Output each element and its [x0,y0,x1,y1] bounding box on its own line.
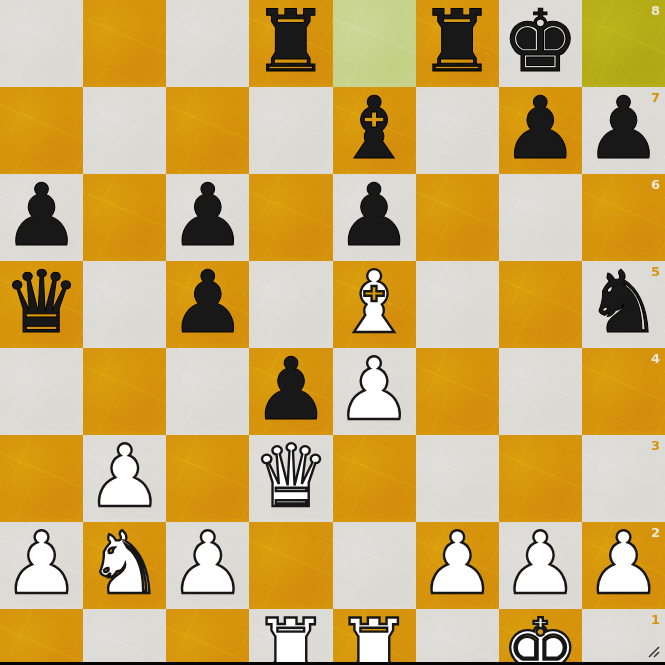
coord-rank-5: 5 [651,265,660,278]
square-f4[interactable] [416,348,499,435]
square-d1[interactable]: ♜d [249,609,332,665]
square-a8[interactable] [0,0,83,87]
square-b7[interactable] [83,87,166,174]
coord-rank-8: 8 [651,4,660,17]
square-h5[interactable]: ♞5 [582,261,665,348]
white-rook[interactable]: ♜ [336,609,413,665]
square-b8[interactable] [83,0,166,87]
black-pawn[interactable]: ♟ [169,174,246,261]
square-g7[interactable]: ♟ [499,87,582,174]
square-a5[interactable]: ♛ [0,261,83,348]
square-d3[interactable]: ♛ [249,435,332,522]
square-h4[interactable]: 4 [582,348,665,435]
square-g1[interactable]: ♚g [499,609,582,665]
square-b2[interactable]: ♞ [83,522,166,609]
white-rook[interactable]: ♜ [252,609,329,665]
square-g5[interactable] [499,261,582,348]
square-e1[interactable]: ♜e [333,609,416,665]
black-pawn[interactable]: ♟ [336,174,413,261]
square-b3[interactable]: ♟ [83,435,166,522]
square-e8[interactable] [333,0,416,87]
square-b1[interactable]: b [83,609,166,665]
square-h8[interactable]: 8 [582,0,665,87]
square-g4[interactable] [499,348,582,435]
black-pawn[interactable]: ♟ [169,261,246,348]
chess-board-container: ♜♜♚8♝♟♟7♟♟♟6♛♟♝♞5♟♟4♟♛3♟♞♟♟♟♟2abc♜d♜ef♚g… [0,0,665,665]
black-rook[interactable]: ♜ [419,0,496,87]
white-queen[interactable]: ♛ [252,435,329,522]
square-a4[interactable] [0,348,83,435]
square-c7[interactable] [166,87,249,174]
square-g6[interactable] [499,174,582,261]
square-c3[interactable] [166,435,249,522]
square-a7[interactable] [0,87,83,174]
square-e4[interactable]: ♟ [333,348,416,435]
coord-rank-6: 6 [651,178,660,191]
coord-rank-1: 1 [651,613,660,626]
square-a2[interactable]: ♟ [0,522,83,609]
black-bishop[interactable]: ♝ [336,87,413,174]
square-e7[interactable]: ♝ [333,87,416,174]
black-pawn[interactable]: ♟ [252,348,329,435]
coord-rank-4: 4 [651,352,660,365]
white-pawn[interactable]: ♟ [419,522,496,609]
square-b6[interactable] [83,174,166,261]
chess-board: ♜♜♚8♝♟♟7♟♟♟6♛♟♝♞5♟♟4♟♛3♟♞♟♟♟♟2abc♜d♜ef♚g… [0,0,665,665]
white-pawn[interactable]: ♟ [3,522,80,609]
square-d5[interactable] [249,261,332,348]
square-d4[interactable]: ♟ [249,348,332,435]
white-pawn[interactable]: ♟ [86,435,163,522]
coord-rank-7: 7 [651,91,660,104]
black-pawn[interactable]: ♟ [3,174,80,261]
white-pawn[interactable]: ♟ [336,348,413,435]
board-resize-handle[interactable] [647,645,661,659]
square-f2[interactable]: ♟ [416,522,499,609]
white-king[interactable]: ♚ [502,609,579,665]
square-c8[interactable] [166,0,249,87]
square-f6[interactable] [416,174,499,261]
square-h7[interactable]: ♟7 [582,87,665,174]
black-queen[interactable]: ♛ [3,261,80,348]
square-f5[interactable] [416,261,499,348]
square-c2[interactable]: ♟ [166,522,249,609]
white-pawn[interactable]: ♟ [169,522,246,609]
square-e6[interactable]: ♟ [333,174,416,261]
square-e2[interactable] [333,522,416,609]
square-h6[interactable]: 6 [582,174,665,261]
square-g8[interactable]: ♚ [499,0,582,87]
black-pawn[interactable]: ♟ [502,87,579,174]
square-c6[interactable]: ♟ [166,174,249,261]
black-king[interactable]: ♚ [502,0,579,87]
square-c5[interactable]: ♟ [166,261,249,348]
square-f3[interactable] [416,435,499,522]
square-g3[interactable] [499,435,582,522]
square-a1[interactable]: a [0,609,83,665]
black-rook[interactable]: ♜ [252,0,329,87]
white-bishop[interactable]: ♝ [336,261,413,348]
square-d8[interactable]: ♜ [249,0,332,87]
square-d7[interactable] [249,87,332,174]
square-a6[interactable]: ♟ [0,174,83,261]
coord-rank-3: 3 [651,439,660,452]
coord-rank-2: 2 [651,526,660,539]
square-h3[interactable]: 3 [582,435,665,522]
square-e5[interactable]: ♝ [333,261,416,348]
square-d2[interactable] [249,522,332,609]
square-b4[interactable] [83,348,166,435]
square-b5[interactable] [83,261,166,348]
square-d6[interactable] [249,174,332,261]
square-c4[interactable] [166,348,249,435]
square-f1[interactable]: f [416,609,499,665]
square-g2[interactable]: ♟ [499,522,582,609]
square-f7[interactable] [416,87,499,174]
square-c1[interactable]: c [166,609,249,665]
square-a3[interactable] [0,435,83,522]
white-knight[interactable]: ♞ [86,522,163,609]
square-f8[interactable]: ♜ [416,0,499,87]
square-h2[interactable]: ♟2 [582,522,665,609]
white-pawn[interactable]: ♟ [502,522,579,609]
square-e3[interactable] [333,435,416,522]
